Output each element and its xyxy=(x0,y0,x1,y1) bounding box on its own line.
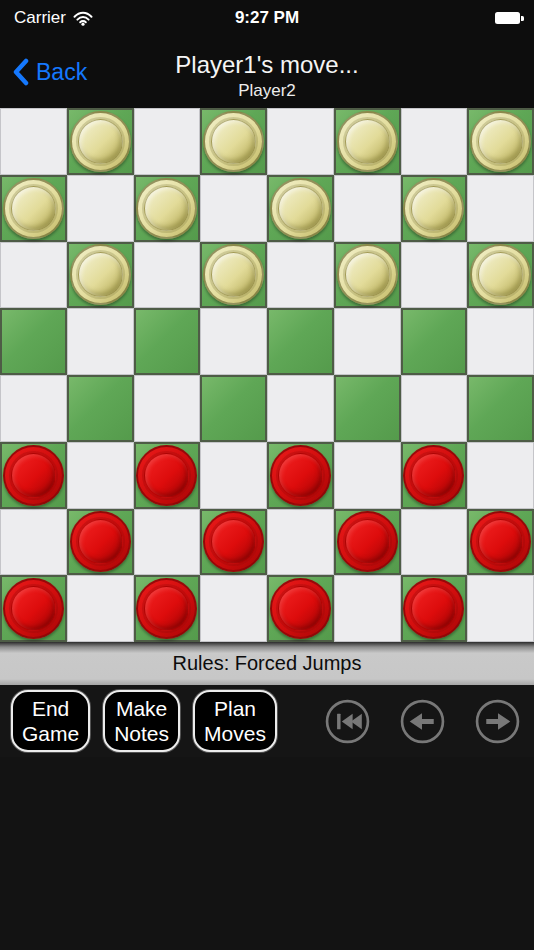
board-square[interactable] xyxy=(200,442,267,509)
carrier-label: Carrier xyxy=(14,8,66,28)
checker-piece-yellow[interactable] xyxy=(136,178,197,239)
bottom-filler xyxy=(0,757,534,950)
board-square[interactable] xyxy=(267,242,334,309)
checker-piece-yellow[interactable] xyxy=(403,178,464,239)
board-square[interactable] xyxy=(334,509,401,576)
previous-move-button[interactable] xyxy=(399,698,446,745)
checker-piece-red[interactable] xyxy=(403,445,464,506)
board-square[interactable] xyxy=(401,375,468,442)
board-square[interactable] xyxy=(67,175,134,242)
board-square[interactable] xyxy=(267,375,334,442)
checker-piece-red[interactable] xyxy=(3,578,64,639)
board-square[interactable] xyxy=(67,108,134,175)
board-square[interactable] xyxy=(467,575,534,642)
arrow-right-icon xyxy=(474,698,521,745)
board-square[interactable] xyxy=(0,575,67,642)
checker-piece-yellow[interactable] xyxy=(70,111,131,172)
checker-piece-red[interactable] xyxy=(470,511,531,572)
board-square[interactable] xyxy=(200,175,267,242)
board-square[interactable] xyxy=(467,242,534,309)
board-square[interactable] xyxy=(0,175,67,242)
checker-piece-red[interactable] xyxy=(136,445,197,506)
board-square[interactable] xyxy=(401,242,468,309)
board-square[interactable] xyxy=(467,308,534,375)
board-square[interactable] xyxy=(334,375,401,442)
board-square[interactable] xyxy=(134,242,201,309)
checker-piece-red[interactable] xyxy=(337,511,398,572)
board-square[interactable] xyxy=(267,175,334,242)
checker-piece-red[interactable] xyxy=(136,578,197,639)
rules-text: Rules: Forced Jumps xyxy=(173,652,362,675)
board-square[interactable] xyxy=(134,108,201,175)
wifi-icon xyxy=(73,11,93,26)
move-history-controls xyxy=(324,698,523,745)
toolbar: End Game Make Notes Plan Moves xyxy=(0,685,534,757)
board-square[interactable] xyxy=(67,308,134,375)
board-square[interactable] xyxy=(200,108,267,175)
checker-piece-red[interactable] xyxy=(203,511,264,572)
next-move-button[interactable] xyxy=(474,698,521,745)
board-square[interactable] xyxy=(267,509,334,576)
rules-bar: Rules: Forced Jumps xyxy=(0,642,534,685)
board-square[interactable] xyxy=(134,175,201,242)
board-square[interactable] xyxy=(467,442,534,509)
checker-piece-red[interactable] xyxy=(270,445,331,506)
checker-piece-yellow[interactable] xyxy=(470,244,531,305)
board-square[interactable] xyxy=(467,108,534,175)
checker-piece-red[interactable] xyxy=(270,578,331,639)
checker-piece-yellow[interactable] xyxy=(337,244,398,305)
make-notes-button[interactable]: Make Notes xyxy=(103,690,180,752)
app-screen: Carrier 9:27 PM Back Player1's move... P… xyxy=(0,0,534,950)
toolbar-button-group: End Game Make Notes Plan Moves xyxy=(11,690,277,752)
board-square[interactable] xyxy=(267,575,334,642)
checker-piece-red[interactable] xyxy=(3,445,64,506)
board-square[interactable] xyxy=(67,509,134,576)
board-square[interactable] xyxy=(134,442,201,509)
board-square[interactable] xyxy=(401,442,468,509)
board-square[interactable] xyxy=(0,242,67,309)
board-square[interactable] xyxy=(200,575,267,642)
board-square[interactable] xyxy=(67,242,134,309)
board-square[interactable] xyxy=(401,308,468,375)
battery-icon xyxy=(495,12,520,24)
board-square[interactable] xyxy=(0,442,67,509)
board-square[interactable] xyxy=(401,108,468,175)
page-title: Player1's move... xyxy=(0,51,534,79)
board-square[interactable] xyxy=(200,509,267,576)
checker-piece-yellow[interactable] xyxy=(3,178,64,239)
board-square[interactable] xyxy=(334,108,401,175)
board-square[interactable] xyxy=(134,375,201,442)
skip-to-start-icon xyxy=(324,698,371,745)
board-square[interactable] xyxy=(467,375,534,442)
board-square[interactable] xyxy=(200,308,267,375)
end-game-button[interactable]: End Game xyxy=(11,690,90,752)
board-square[interactable] xyxy=(267,308,334,375)
board-square[interactable] xyxy=(0,108,67,175)
board-square[interactable] xyxy=(334,175,401,242)
board-square[interactable] xyxy=(334,575,401,642)
board-square[interactable] xyxy=(67,575,134,642)
page-subtitle: Player2 xyxy=(0,80,534,101)
board-square[interactable] xyxy=(134,575,201,642)
navigation-bar: Back Player1's move... Player2 xyxy=(0,36,534,108)
board-square[interactable] xyxy=(401,509,468,576)
board-square[interactable] xyxy=(200,242,267,309)
board-square[interactable] xyxy=(134,308,201,375)
board-square[interactable] xyxy=(67,442,134,509)
board-square[interactable] xyxy=(401,575,468,642)
checker-piece-yellow[interactable] xyxy=(337,111,398,172)
checkers-board xyxy=(0,108,534,642)
board-square[interactable] xyxy=(334,242,401,309)
board-square[interactable] xyxy=(0,375,67,442)
checker-piece-red[interactable] xyxy=(403,578,464,639)
board-square[interactable] xyxy=(334,442,401,509)
board-square[interactable] xyxy=(0,308,67,375)
board-square[interactable] xyxy=(200,375,267,442)
board-square[interactable] xyxy=(467,509,534,576)
checker-piece-yellow[interactable] xyxy=(270,178,331,239)
board-square[interactable] xyxy=(267,442,334,509)
checker-piece-yellow[interactable] xyxy=(470,111,531,172)
board-square[interactable] xyxy=(467,175,534,242)
checker-piece-yellow[interactable] xyxy=(203,244,264,305)
arrow-left-icon xyxy=(399,698,446,745)
skip-to-start-button[interactable] xyxy=(324,698,371,745)
board-square[interactable] xyxy=(0,509,67,576)
board-square[interactable] xyxy=(67,375,134,442)
checker-piece-red[interactable] xyxy=(70,511,131,572)
status-bar: Carrier 9:27 PM xyxy=(0,0,534,36)
nav-titles: Player1's move... Player2 xyxy=(0,51,534,101)
checker-piece-yellow[interactable] xyxy=(203,111,264,172)
board-square[interactable] xyxy=(267,108,334,175)
board-square[interactable] xyxy=(134,509,201,576)
checker-piece-yellow[interactable] xyxy=(70,244,131,305)
board-square[interactable] xyxy=(401,175,468,242)
plan-moves-button[interactable]: Plan Moves xyxy=(193,690,277,752)
board-square[interactable] xyxy=(334,308,401,375)
